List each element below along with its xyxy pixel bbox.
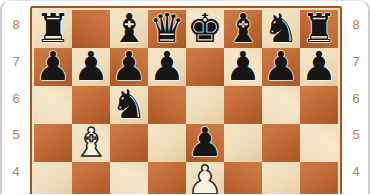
square-d5[interactable] <box>148 124 186 162</box>
rank-label-left-4: 4 <box>2 157 30 194</box>
square-f6[interactable] <box>224 86 262 124</box>
piece-black-pawn-c7[interactable]: ♟ <box>111 47 147 85</box>
square-b5[interactable]: ♝ <box>72 124 110 162</box>
piece-black-pawn-f7[interactable]: ♟ <box>225 47 261 85</box>
square-h5[interactable] <box>300 124 338 162</box>
square-e7[interactable] <box>186 48 224 86</box>
rank-label-left-5: 5 <box>2 120 30 157</box>
board-frame: ♜♝♛♚♝♞♜♟♟♟♟♟♟♟♞♝♟♟ <box>30 6 342 194</box>
piece-white-pawn-e4[interactable]: ♟ <box>187 161 223 195</box>
square-g7[interactable]: ♟ <box>262 48 300 86</box>
square-g6[interactable] <box>262 86 300 124</box>
square-a6[interactable] <box>34 86 72 124</box>
piece-black-queen-d8[interactable]: ♛ <box>149 9 185 47</box>
square-d4[interactable] <box>148 162 186 194</box>
square-d7[interactable]: ♟ <box>148 48 186 86</box>
chess-board[interactable]: ♜♝♛♚♝♞♜♟♟♟♟♟♟♟♞♝♟♟ <box>34 10 338 194</box>
square-b7[interactable]: ♟ <box>72 48 110 86</box>
piece-black-pawn-d7[interactable]: ♟ <box>149 47 185 85</box>
square-e8[interactable]: ♚ <box>186 10 224 48</box>
square-c6[interactable]: ♞ <box>110 86 148 124</box>
square-a4[interactable] <box>34 162 72 194</box>
rank-label-right-6: 6 <box>342 84 370 121</box>
square-c5[interactable] <box>110 124 148 162</box>
square-h6[interactable] <box>300 86 338 124</box>
rank-label-left-6: 6 <box>2 84 30 121</box>
rank-label-right-7: 7 <box>342 47 370 84</box>
piece-black-king-e8[interactable]: ♚ <box>187 9 223 47</box>
piece-black-rook-h8[interactable]: ♜ <box>301 9 337 47</box>
piece-black-pawn-h7[interactable]: ♟ <box>301 47 337 85</box>
rank-labels-left: 87654 <box>2 1 30 194</box>
chess-diagram-panel: 87654 ♜♝♛♚♝♞♜♟♟♟♟♟♟♟♞♝♟♟ 87654 <box>0 0 370 194</box>
piece-black-knight-g8[interactable]: ♞ <box>263 9 299 47</box>
piece-black-pawn-g7[interactable]: ♟ <box>263 47 299 85</box>
rank-labels-right: 87654 <box>342 1 370 194</box>
piece-black-knight-c6[interactable]: ♞ <box>111 85 147 123</box>
piece-white-bishop-b5[interactable]: ♝ <box>73 123 109 161</box>
square-d6[interactable] <box>148 86 186 124</box>
square-e4[interactable]: ♟ <box>186 162 224 194</box>
square-b4[interactable] <box>72 162 110 194</box>
piece-black-pawn-b7[interactable]: ♟ <box>73 47 109 85</box>
rank-label-left-8: 8 <box>2 10 30 47</box>
piece-black-rook-a8[interactable]: ♜ <box>35 9 71 47</box>
rank-label-right-4: 4 <box>342 157 370 194</box>
square-h4[interactable] <box>300 162 338 194</box>
square-g5[interactable] <box>262 124 300 162</box>
piece-black-bishop-c8[interactable]: ♝ <box>111 9 147 47</box>
square-a7[interactable]: ♟ <box>34 48 72 86</box>
rank-label-left-7: 7 <box>2 47 30 84</box>
square-c4[interactable] <box>110 162 148 194</box>
piece-black-pawn-e5[interactable]: ♟ <box>187 123 223 161</box>
square-f4[interactable] <box>224 162 262 194</box>
rank-label-right-5: 5 <box>342 120 370 157</box>
square-f7[interactable]: ♟ <box>224 48 262 86</box>
square-h7[interactable]: ♟ <box>300 48 338 86</box>
square-f5[interactable] <box>224 124 262 162</box>
piece-black-pawn-a7[interactable]: ♟ <box>35 47 71 85</box>
square-g4[interactable] <box>262 162 300 194</box>
square-a5[interactable] <box>34 124 72 162</box>
rank-label-right-8: 8 <box>342 10 370 47</box>
piece-black-bishop-f8[interactable]: ♝ <box>225 9 261 47</box>
